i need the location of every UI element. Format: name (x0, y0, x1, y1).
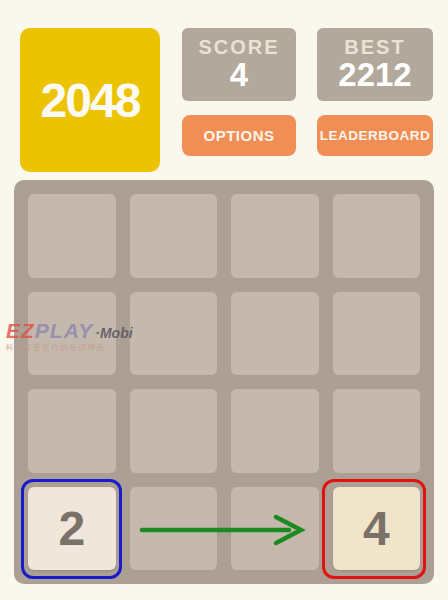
logo-text: 2048 (41, 73, 140, 128)
score-label: SCORE (198, 37, 279, 58)
empty-cell (231, 194, 319, 278)
options-button-label: OPTIONS (203, 127, 274, 144)
empty-cell (130, 292, 218, 376)
tile-2: 2 (28, 487, 116, 571)
score-box: SCORE 4 (182, 28, 296, 101)
tile-4: 4 (333, 487, 421, 571)
empty-cell (28, 194, 116, 278)
empty-cell (231, 487, 319, 571)
leaderboard-button[interactable]: LEADERBOARD (317, 115, 433, 156)
empty-cell (28, 389, 116, 473)
empty-cell (130, 194, 218, 278)
empty-cell (28, 292, 116, 376)
logo-2048-tile: 2048 (20, 28, 160, 172)
empty-cell (130, 487, 218, 571)
empty-cell (333, 389, 421, 473)
score-value: 4 (230, 58, 248, 93)
app-screen: 2048 SCORE 4 BEST 2212 OPTIONS LEADERBOA… (0, 0, 448, 600)
empty-cell (333, 292, 421, 376)
best-value: 2212 (338, 58, 411, 93)
empty-cell (130, 389, 218, 473)
board-grid[interactable]: 24 (14, 180, 434, 584)
empty-cell (231, 292, 319, 376)
leaderboard-button-label: LEADERBOARD (320, 128, 431, 143)
options-button[interactable]: OPTIONS (182, 115, 296, 156)
best-label: BEST (344, 37, 405, 58)
empty-cell (231, 389, 319, 473)
empty-cell (333, 194, 421, 278)
best-box: BEST 2212 (317, 28, 433, 101)
